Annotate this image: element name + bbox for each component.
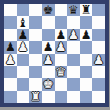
square-g1[interactable] (80, 91, 93, 103)
black-king: ♚ (43, 4, 54, 16)
square-e4[interactable] (55, 54, 68, 66)
square-b1[interactable] (17, 91, 30, 103)
white-pawn: ♟ (55, 41, 66, 53)
square-f6[interactable]: ♟ (67, 29, 80, 41)
square-h1[interactable] (92, 91, 105, 103)
square-b8[interactable] (17, 4, 30, 16)
square-f1[interactable] (67, 91, 80, 103)
white-king: ♚ (43, 78, 54, 90)
square-a3[interactable] (4, 66, 17, 78)
square-f3[interactable] (67, 66, 80, 78)
square-e6[interactable]: ♟ (55, 29, 68, 41)
black-pawn: ♟ (5, 41, 16, 53)
white-rook: ♜ (30, 91, 41, 103)
square-c2[interactable] (29, 78, 42, 90)
white-pawn: ♟ (5, 54, 16, 66)
square-g8[interactable]: ♜ (80, 4, 93, 16)
square-e5[interactable]: ♟ (55, 41, 68, 53)
square-d7[interactable] (42, 16, 55, 28)
black-queen: ♛ (68, 4, 79, 16)
square-b2[interactable] (17, 78, 30, 90)
board-border: ♚♛♜♝♟♟♟♟♟♟♟♟♟♟♟♛♚♜ (0, 0, 109, 107)
square-e3[interactable]: ♛ (55, 66, 68, 78)
black-pawn: ♟ (55, 29, 66, 41)
square-d6[interactable] (42, 29, 55, 41)
square-a5[interactable]: ♟ (4, 41, 17, 53)
square-d3[interactable] (42, 66, 55, 78)
square-c5[interactable] (29, 41, 42, 53)
white-queen: ♛ (55, 66, 66, 78)
square-c8[interactable] (29, 4, 42, 16)
black-bishop: ♝ (18, 16, 29, 28)
black-pawn: ♟ (18, 29, 29, 41)
square-h2[interactable] (92, 78, 105, 90)
square-b3[interactable] (17, 66, 30, 78)
square-b6[interactable]: ♟ (17, 29, 30, 41)
square-b5[interactable]: ♟ (17, 41, 30, 53)
black-rook: ♜ (81, 4, 92, 16)
square-a6[interactable] (4, 29, 17, 41)
square-c1[interactable]: ♜ (29, 91, 42, 103)
square-c4[interactable] (29, 54, 42, 66)
square-f8[interactable]: ♛ (67, 4, 80, 16)
square-g4[interactable] (80, 54, 93, 66)
square-d8[interactable]: ♚ (42, 4, 55, 16)
square-b4[interactable] (17, 54, 30, 66)
square-d5[interactable]: ♟ (42, 41, 55, 53)
square-a2[interactable] (4, 78, 17, 90)
square-c3[interactable] (29, 66, 42, 78)
square-c6[interactable] (29, 29, 42, 41)
square-h4[interactable]: ♟ (92, 54, 105, 66)
white-pawn: ♟ (43, 54, 54, 66)
chess-board: ♚♛♜♝♟♟♟♟♟♟♟♟♟♟♟♛♚♜ (4, 4, 105, 103)
square-e8[interactable] (55, 4, 68, 16)
square-a4[interactable]: ♟ (4, 54, 17, 66)
square-f2[interactable] (67, 78, 80, 90)
square-g3[interactable] (80, 66, 93, 78)
square-h7[interactable] (92, 16, 105, 28)
square-g7[interactable] (80, 16, 93, 28)
square-h6[interactable] (92, 29, 105, 41)
square-a8[interactable] (4, 4, 17, 16)
square-a7[interactable] (4, 16, 17, 28)
chess-board-frame: ♚♛♜♝♟♟♟♟♟♟♟♟♟♟♟♛♚♜ (0, 0, 110, 110)
square-d2[interactable]: ♚ (42, 78, 55, 90)
square-g5[interactable] (80, 41, 93, 53)
square-g6[interactable]: ♟ (80, 29, 93, 41)
square-h5[interactable] (92, 41, 105, 53)
square-f5[interactable] (67, 41, 80, 53)
square-f7[interactable] (67, 16, 80, 28)
square-e2[interactable] (55, 78, 68, 90)
square-d4[interactable]: ♟ (42, 54, 55, 66)
square-h8[interactable] (92, 4, 105, 16)
white-pawn: ♟ (18, 41, 29, 53)
square-e7[interactable] (55, 16, 68, 28)
square-g2[interactable] (80, 78, 93, 90)
square-f4[interactable] (67, 54, 80, 66)
square-c7[interactable] (29, 16, 42, 28)
square-b7[interactable]: ♝ (17, 16, 30, 28)
square-a1[interactable] (4, 91, 17, 103)
square-h3[interactable] (92, 66, 105, 78)
black-pawn: ♟ (43, 41, 54, 53)
square-e1[interactable] (55, 91, 68, 103)
square-d1[interactable] (42, 91, 55, 103)
white-pawn: ♟ (68, 29, 79, 41)
white-pawn: ♟ (93, 54, 104, 66)
black-pawn: ♟ (81, 29, 92, 41)
